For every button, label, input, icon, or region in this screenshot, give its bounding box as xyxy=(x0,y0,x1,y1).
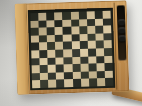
square-e1[interactable] xyxy=(64,79,72,87)
square-h1[interactable] xyxy=(89,79,97,87)
tray-piece[interactable] xyxy=(118,27,125,33)
piece-tray xyxy=(114,2,130,89)
tray-piece[interactable] xyxy=(118,19,125,25)
square-j1[interactable] xyxy=(105,78,113,86)
tray-slot xyxy=(117,5,127,60)
board-border xyxy=(28,8,115,91)
square-a1[interactable] xyxy=(32,80,40,88)
board-frame xyxy=(15,0,130,94)
tray-piece[interactable] xyxy=(118,35,125,41)
square-d1[interactable] xyxy=(56,80,64,88)
square-c1[interactable] xyxy=(48,80,56,88)
draughts-board xyxy=(30,11,113,89)
square-f1[interactable] xyxy=(73,79,81,87)
board-photo xyxy=(0,0,142,106)
wooden-board xyxy=(15,0,130,94)
board-perspective xyxy=(30,11,113,89)
square-g1[interactable] xyxy=(81,79,89,87)
square-i1[interactable] xyxy=(97,78,105,86)
square-b1[interactable] xyxy=(40,80,48,88)
